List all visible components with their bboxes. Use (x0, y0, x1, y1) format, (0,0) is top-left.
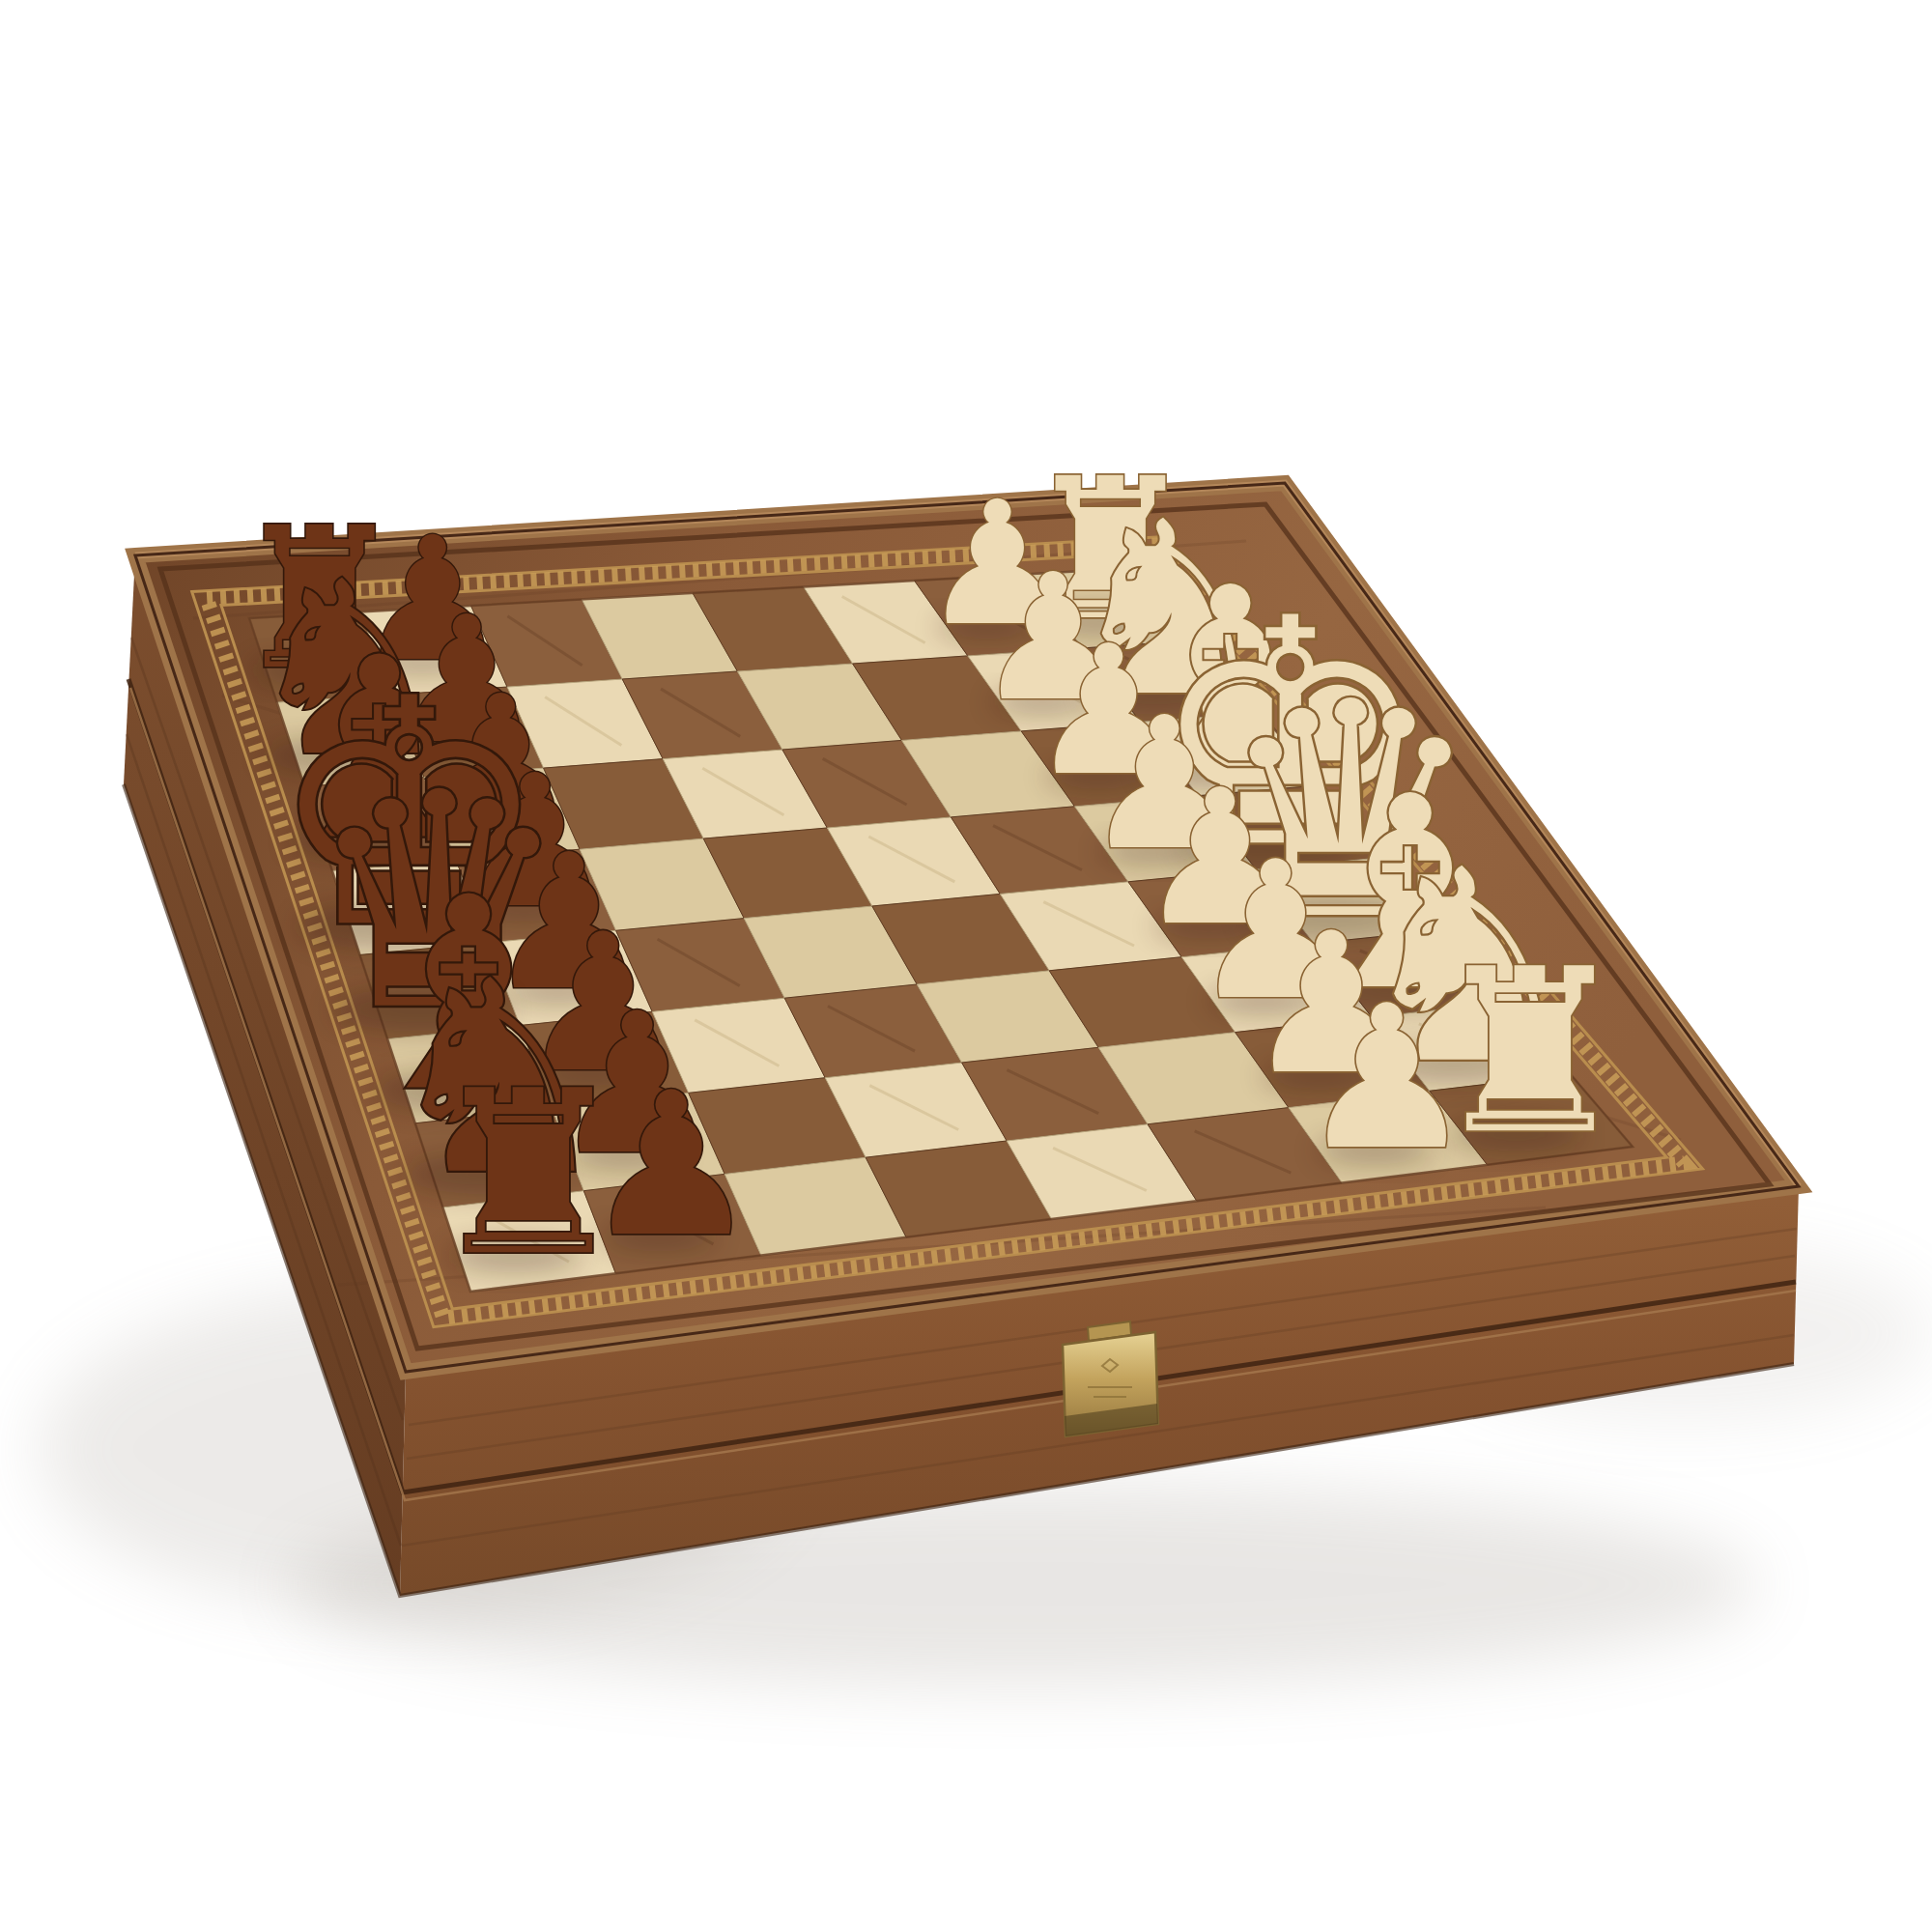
product-photo: ♜♟♟♜♞♟♟♞♝♟♟♝♚♟♟♛♚♟♝♟♟♛♞♟♟♝♜♟♟♞♟♜ (0, 0, 1932, 1932)
piece-black-rook[interactable]: ♜ (427, 1042, 630, 1305)
piece-white-pawn[interactable]: ♟ (1298, 963, 1476, 1193)
chess-box-scene: ♜♟♟♜♞♟♟♞♝♟♟♝♚♟♟♛♚♟♝♟♟♛♞♟♟♝♜♟♟♞♟♜ (0, 0, 1932, 1932)
